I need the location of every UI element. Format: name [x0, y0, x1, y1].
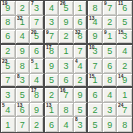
cell-r6c1[interactable]: 7 [1, 74, 16, 89]
cage-sum: 14 [118, 74, 123, 79]
digit: 4 [5, 106, 10, 115]
digit: 9 [34, 106, 39, 115]
digit: 2 [20, 4, 25, 13]
digit: 3 [78, 121, 83, 130]
cage-sum: 4 [75, 59, 78, 64]
digit: 9 [63, 18, 68, 27]
cell-r5c3[interactable]: 51 [30, 59, 45, 74]
cell-r4c5[interactable]: 1 [59, 45, 74, 60]
digit: 2 [107, 18, 112, 27]
cell-r2c5[interactable]: 9 [59, 16, 74, 31]
digit: 9 [78, 91, 83, 100]
cage-sum: 5 [31, 59, 34, 64]
cell-r8c3[interactable]: 9 [30, 103, 45, 118]
cage-sum: 16 [60, 88, 65, 93]
cell-r7c5[interactable]: 167 [59, 88, 74, 103]
digit: 1 [63, 47, 68, 56]
cell-r9c3[interactable]: 2 [30, 117, 45, 132]
cell-r3c7[interactable]: 9 [88, 30, 103, 45]
cell-r2c4[interactable]: 3 [45, 16, 60, 31]
cage-sum: 11 [118, 1, 123, 6]
cell-r5c9[interactable]: 2 [117, 59, 132, 74]
digit: 2 [49, 91, 54, 100]
digit: 3 [63, 62, 68, 71]
cell-r7c7[interactable]: 6 [88, 88, 103, 103]
cell-r5c5[interactable]: 3 [59, 59, 74, 74]
cell-r4c6[interactable]: 7 [74, 45, 89, 60]
digit: 6 [49, 121, 54, 130]
digit: 8 [93, 4, 98, 13]
cage-sum: 10 [89, 45, 94, 50]
digit: 7 [49, 32, 54, 41]
cage-sum: 7 [31, 1, 34, 6]
digit: 4 [49, 4, 54, 13]
digit: 5 [107, 47, 112, 56]
cell-r8c5[interactable]: 8 [59, 103, 74, 118]
cage-sum: 15 [89, 74, 94, 79]
digit: 5 [49, 76, 54, 85]
cage-sum: 24 [118, 103, 123, 108]
digit: 7 [107, 4, 112, 13]
digit: 7 [78, 47, 83, 56]
cell-r4c8[interactable]: 5 [103, 45, 118, 60]
cell-r6c4[interactable]: 5 [45, 74, 60, 89]
cell-r6c2[interactable]: 83 [16, 74, 31, 89]
digit: 6 [93, 91, 98, 100]
digit: 8 [63, 106, 68, 115]
digit: 9 [107, 121, 112, 130]
cell-r3c3[interactable]: 205 [30, 30, 45, 45]
cell-r5c1[interactable]: 235 [1, 59, 16, 74]
cell-r6c9[interactable]: 149 [117, 74, 132, 89]
cage-sum: 5 [2, 103, 5, 108]
cell-r3c5[interactable]: 2 [59, 30, 74, 45]
digit: 1 [122, 91, 127, 100]
digit: 5 [122, 18, 127, 27]
cell-r2c8[interactable]: 2 [103, 16, 118, 31]
cage-sum: 32 [75, 30, 80, 35]
cell-r9c8[interactable]: 9 [103, 117, 118, 132]
cell-r1c6[interactable]: 1 [74, 1, 89, 16]
cell-r7c4[interactable]: 2 [45, 88, 60, 103]
digit: 5 [78, 106, 83, 115]
digit: 2 [63, 32, 68, 41]
digit: 2 [93, 106, 98, 115]
cell-r2c3[interactable]: 7 [30, 16, 45, 31]
cell-r7c3[interactable]: 178 [30, 88, 45, 103]
digit: 4 [78, 62, 83, 71]
cell-r2c9[interactable]: 5 [117, 16, 132, 31]
cell-r5c4[interactable]: 9 [45, 59, 60, 74]
cell-r4c2[interactable]: 9 [16, 45, 31, 60]
cell-r3c2[interactable]: 4 [16, 30, 31, 45]
digit: 7 [93, 62, 98, 71]
cage-sum: 20 [31, 30, 36, 35]
digit: 3 [34, 4, 39, 13]
digit: 3 [5, 91, 10, 100]
digit: 3 [107, 106, 112, 115]
cell-r1c2[interactable]: 2 [16, 1, 31, 16]
digit: 6 [78, 18, 83, 27]
cell-r9c2[interactable]: 7 [16, 117, 31, 132]
cell-r1c8[interactable]: 97 [103, 1, 118, 16]
cell-r1c4[interactable]: 4 [45, 1, 60, 16]
cage-sum: 15 [118, 30, 123, 35]
cage-sum: 13 [46, 103, 51, 108]
digit: 7 [20, 121, 25, 130]
cell-r1c5[interactable]: 265 [59, 1, 74, 16]
digit: 1 [107, 32, 112, 41]
cell-r4c4[interactable]: 178 [45, 45, 60, 60]
digit: 4 [34, 76, 39, 85]
cell-r4c9[interactable]: 4 [117, 45, 132, 60]
cell-r9c5[interactable]: 4 [59, 117, 74, 132]
cell-r7c8[interactable]: 4 [103, 88, 118, 103]
cage-sum: 13 [89, 16, 94, 21]
digit: 4 [122, 47, 127, 56]
digit: 5 [20, 91, 25, 100]
digit: 9 [93, 32, 98, 41]
cell-r6c6[interactable]: 2 [74, 74, 89, 89]
cage-sum: 17 [46, 45, 51, 50]
cell-r2c1[interactable]: 8 [1, 16, 16, 31]
digit: 2 [5, 47, 10, 56]
digit: 1 [34, 62, 39, 71]
cell-r8c1[interactable]: 54 [1, 103, 16, 118]
digit: 6 [63, 76, 68, 85]
cell-r8c2[interactable]: 136 [16, 103, 31, 118]
cell-r2c7[interactable]: 134 [88, 16, 103, 31]
digit: 7 [5, 76, 10, 85]
digit: 9 [20, 47, 25, 56]
cell-r6c5[interactable]: 6 [59, 74, 74, 89]
cell-r7c6[interactable]: 9 [74, 88, 89, 103]
cell-r3c4[interactable]: 97 [45, 30, 60, 45]
cell-r8c9[interactable]: 247 [117, 103, 132, 118]
digit: 4 [63, 121, 68, 130]
sudoku-board: 1992734265189711683217396134256420597232… [0, 0, 133, 133]
digit: 8 [20, 62, 25, 71]
cell-r4c1[interactable]: 2 [1, 45, 16, 60]
cell-r5c7[interactable]: 7 [88, 59, 103, 74]
cell-r8c6[interactable]: 5 [74, 103, 89, 118]
cell-r3c6[interactable]: 328 [74, 30, 89, 45]
cell-r1c1[interactable]: 199 [1, 1, 16, 16]
cell-r3c8[interactable]: 91 [103, 30, 118, 45]
cell-r5c6[interactable]: 44 [74, 59, 89, 74]
cage-sum: 32 [17, 16, 22, 21]
cell-r8c7[interactable]: 2 [88, 103, 103, 118]
cell-r2c2[interactable]: 321 [16, 16, 31, 31]
cage-sum: 19 [2, 1, 7, 6]
cage-sum: 23 [2, 59, 7, 64]
cell-r4c7[interactable]: 103 [88, 45, 103, 60]
cell-r6c8[interactable]: 8 [103, 74, 118, 89]
cell-r5c8[interactable]: 6 [103, 59, 118, 74]
digit: 8 [5, 18, 10, 27]
cage-sum: 26 [60, 1, 65, 6]
digit: 9 [49, 62, 54, 71]
cell-r9c1[interactable]: 1 [1, 117, 16, 132]
cell-r3c9[interactable]: 153 [117, 30, 132, 45]
cell-r9c9[interactable]: 8 [117, 117, 132, 132]
digit: 1 [78, 4, 83, 13]
digit: 3 [49, 18, 54, 27]
cell-r1c7[interactable]: 8 [88, 1, 103, 16]
digit: 2 [78, 76, 83, 85]
cage-sum: 13 [17, 103, 22, 108]
cell-r7c9[interactable]: 1 [117, 88, 132, 103]
cage-sum: 9 [104, 30, 107, 35]
cell-r8c4[interactable]: 131 [45, 103, 60, 118]
cell-r9c6[interactable]: 83 [74, 117, 89, 132]
digit: 7 [34, 18, 39, 27]
digit: 1 [5, 121, 10, 130]
cage-sum: 17 [31, 88, 36, 93]
cage-sum: 9 [104, 1, 107, 6]
cell-r4c3[interactable]: 6 [30, 45, 45, 60]
cage-sum: 8 [17, 74, 20, 79]
cell-r3c1[interactable]: 6 [1, 30, 16, 45]
digit: 6 [107, 62, 112, 71]
cell-r5c2[interactable]: 8 [16, 59, 31, 74]
cell-r6c3[interactable]: 4 [30, 74, 45, 89]
digit: 4 [107, 91, 112, 100]
cell-r7c2[interactable]: 5 [16, 88, 31, 103]
digit: 6 [5, 32, 10, 41]
cell-r9c4[interactable]: 6 [45, 117, 60, 132]
cell-r1c9[interactable]: 116 [117, 1, 132, 16]
digit: 5 [93, 121, 98, 130]
cell-r7c1[interactable]: 3 [1, 88, 16, 103]
cage-sum: 9 [46, 30, 49, 35]
digit: 4 [20, 32, 25, 41]
cell-r8c8[interactable]: 3 [103, 103, 118, 118]
digit: 2 [122, 62, 127, 71]
cell-r1c3[interactable]: 73 [30, 1, 45, 16]
digit: 2 [34, 121, 39, 130]
digit: 8 [107, 76, 112, 85]
cell-r6c7[interactable]: 151 [88, 74, 103, 89]
digit: 6 [34, 47, 39, 56]
cell-r9c7[interactable]: 5 [88, 117, 103, 132]
digit: 3 [20, 76, 25, 85]
digit: 8 [122, 121, 127, 130]
cage-sum: 8 [75, 117, 78, 122]
cell-r2c6[interactable]: 6 [74, 16, 89, 31]
